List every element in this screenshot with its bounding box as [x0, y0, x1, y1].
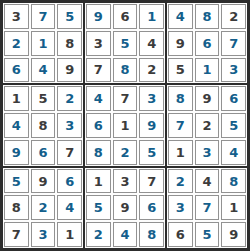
cell-r2c3[interactable]: 8	[57, 31, 82, 56]
cell-r3c6[interactable]: 2	[139, 58, 164, 83]
box-4: 152483967	[2, 84, 84, 166]
cell-r1c4[interactable]: 9	[86, 4, 111, 29]
cell-r3c3[interactable]: 9	[57, 58, 82, 83]
cell-r3c5[interactable]: 8	[113, 58, 138, 83]
cell-r8c1[interactable]: 8	[4, 195, 29, 220]
cell-r6c7[interactable]: 1	[168, 140, 193, 165]
cell-r3c1[interactable]: 6	[4, 58, 29, 83]
cell-r1c6[interactable]: 1	[139, 4, 164, 29]
cell-r6c6[interactable]: 5	[139, 140, 164, 165]
cell-r1c7[interactable]: 4	[168, 4, 193, 29]
cell-r5c4[interactable]: 6	[86, 113, 111, 138]
cell-r4c8[interactable]: 9	[195, 86, 220, 111]
cell-r8c7[interactable]: 3	[168, 195, 193, 220]
cell-r1c9[interactable]: 2	[221, 4, 246, 29]
cell-r8c5[interactable]: 9	[113, 195, 138, 220]
cell-r8c6[interactable]: 6	[139, 195, 164, 220]
cell-r4c9[interactable]: 6	[221, 86, 246, 111]
cell-r2c6[interactable]: 4	[139, 31, 164, 56]
cell-r9c1[interactable]: 7	[4, 222, 29, 247]
cell-r4c6[interactable]: 3	[139, 86, 164, 111]
cell-r5c7[interactable]: 7	[168, 113, 193, 138]
cell-r2c9[interactable]: 7	[221, 31, 246, 56]
cell-r2c2[interactable]: 1	[31, 31, 56, 56]
cell-r9c7[interactable]: 6	[168, 222, 193, 247]
cell-r3c2[interactable]: 4	[31, 58, 56, 83]
cell-r4c5[interactable]: 7	[113, 86, 138, 111]
cell-r8c9[interactable]: 1	[221, 195, 246, 220]
cell-r6c3[interactable]: 7	[57, 140, 82, 165]
cell-r9c6[interactable]: 8	[139, 222, 164, 247]
cell-r1c2[interactable]: 7	[31, 4, 56, 29]
cell-r6c5[interactable]: 2	[113, 140, 138, 165]
cell-r1c5[interactable]: 6	[113, 4, 138, 29]
cell-r2c7[interactable]: 9	[168, 31, 193, 56]
cell-r7c8[interactable]: 4	[195, 169, 220, 194]
cell-r4c1[interactable]: 1	[4, 86, 29, 111]
cell-r6c9[interactable]: 4	[221, 140, 246, 165]
box-9: 248371659	[166, 167, 248, 249]
cell-r8c8[interactable]: 7	[195, 195, 220, 220]
cell-r3c7[interactable]: 5	[168, 58, 193, 83]
cell-r4c4[interactable]: 4	[86, 86, 111, 111]
box-5: 473619825	[84, 84, 166, 166]
cell-r9c2[interactable]: 3	[31, 222, 56, 247]
cell-r9c4[interactable]: 2	[86, 222, 111, 247]
cell-r5c6[interactable]: 9	[139, 113, 164, 138]
cell-r6c2[interactable]: 6	[31, 140, 56, 165]
cell-r9c8[interactable]: 5	[195, 222, 220, 247]
cell-r7c2[interactable]: 9	[31, 169, 56, 194]
cell-r4c7[interactable]: 8	[168, 86, 193, 111]
cell-r4c3[interactable]: 2	[57, 86, 82, 111]
box-6: 896725134	[166, 84, 248, 166]
cell-r3c9[interactable]: 3	[221, 58, 246, 83]
cell-r4c2[interactable]: 5	[31, 86, 56, 111]
cell-r5c1[interactable]: 4	[4, 113, 29, 138]
cell-r2c1[interactable]: 2	[4, 31, 29, 56]
cell-r7c9[interactable]: 8	[221, 169, 246, 194]
cell-r9c5[interactable]: 4	[113, 222, 138, 247]
cell-r8c2[interactable]: 2	[31, 195, 56, 220]
cell-r5c3[interactable]: 3	[57, 113, 82, 138]
box-3: 482967513	[166, 2, 248, 84]
box-1: 375218649	[2, 2, 84, 84]
cell-r9c9[interactable]: 9	[221, 222, 246, 247]
cell-r1c8[interactable]: 8	[195, 4, 220, 29]
cell-r6c8[interactable]: 3	[195, 140, 220, 165]
cell-r9c3[interactable]: 1	[57, 222, 82, 247]
cell-r2c4[interactable]: 3	[86, 31, 111, 56]
cell-r3c4[interactable]: 7	[86, 58, 111, 83]
cell-r5c8[interactable]: 2	[195, 113, 220, 138]
cell-r6c1[interactable]: 9	[4, 140, 29, 165]
cell-r1c1[interactable]: 3	[4, 4, 29, 29]
sudoku-board: 3752186499613547824829675131524839674736…	[0, 0, 250, 251]
cell-r2c5[interactable]: 5	[113, 31, 138, 56]
cell-r7c6[interactable]: 7	[139, 169, 164, 194]
box-8: 137596248	[84, 167, 166, 249]
cell-r7c1[interactable]: 5	[4, 169, 29, 194]
cell-r7c7[interactable]: 2	[168, 169, 193, 194]
cell-r8c4[interactable]: 5	[86, 195, 111, 220]
cell-r5c5[interactable]: 1	[113, 113, 138, 138]
cell-r5c2[interactable]: 8	[31, 113, 56, 138]
cell-r8c3[interactable]: 4	[57, 195, 82, 220]
cell-r3c8[interactable]: 1	[195, 58, 220, 83]
cell-r7c5[interactable]: 3	[113, 169, 138, 194]
cell-r7c3[interactable]: 6	[57, 169, 82, 194]
box-2: 961354782	[84, 2, 166, 84]
box-7: 596824731	[2, 167, 84, 249]
cell-r1c3[interactable]: 5	[57, 4, 82, 29]
cell-r5c9[interactable]: 5	[221, 113, 246, 138]
cell-r6c4[interactable]: 8	[86, 140, 111, 165]
cell-r7c4[interactable]: 1	[86, 169, 111, 194]
cell-r2c8[interactable]: 6	[195, 31, 220, 56]
